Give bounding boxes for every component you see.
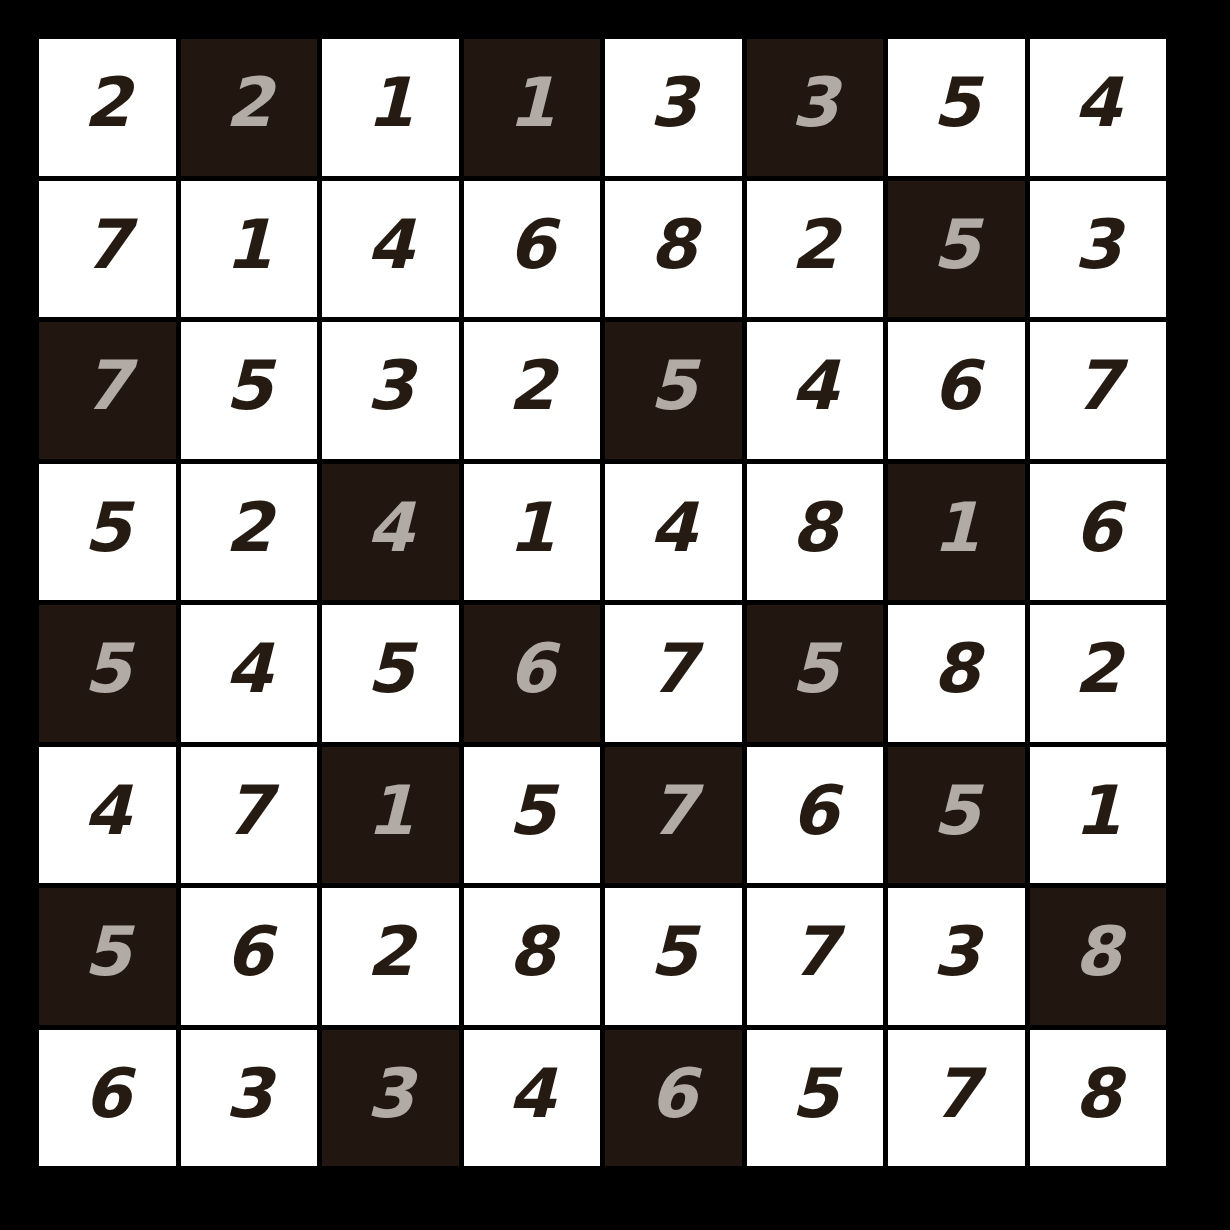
cell-r1c8[interactable]: 4 bbox=[1030, 39, 1167, 176]
cell-number: 5 bbox=[508, 777, 555, 845]
cell-r7c7[interactable]: 3 bbox=[888, 888, 1025, 1025]
cell-r1c1[interactable]: 2 bbox=[39, 39, 176, 176]
cell-number: 2 bbox=[225, 494, 272, 562]
cell-number: 4 bbox=[225, 635, 272, 703]
cell-number: 7 bbox=[84, 211, 131, 279]
cell-number: 1 bbox=[508, 69, 555, 137]
cell-number: 5 bbox=[650, 352, 697, 420]
cell-r2c3[interactable]: 4 bbox=[322, 181, 459, 318]
cell-number: 1 bbox=[225, 211, 272, 279]
cell-number: 6 bbox=[508, 211, 555, 279]
cell-number: 8 bbox=[1074, 1060, 1121, 1128]
cell-r1c2-shaded[interactable]: 2 bbox=[181, 39, 318, 176]
cell-number: 8 bbox=[791, 494, 838, 562]
cell-number: 3 bbox=[367, 1060, 414, 1128]
cell-number: 5 bbox=[84, 635, 131, 703]
cell-number: 7 bbox=[791, 918, 838, 986]
cell-number: 5 bbox=[650, 918, 697, 986]
cell-number: 4 bbox=[367, 494, 414, 562]
cell-r4c8[interactable]: 6 bbox=[1030, 464, 1167, 601]
cell-number: 5 bbox=[933, 211, 980, 279]
cell-r1c5[interactable]: 3 bbox=[605, 39, 742, 176]
cell-r8c8[interactable]: 8 bbox=[1030, 1030, 1167, 1167]
cell-number: 5 bbox=[933, 777, 980, 845]
cell-r3c1-shaded[interactable]: 7 bbox=[39, 322, 176, 459]
cell-r5c7[interactable]: 8 bbox=[888, 605, 1025, 742]
cell-number: 3 bbox=[791, 69, 838, 137]
cell-number: 4 bbox=[791, 352, 838, 420]
cell-r6c1[interactable]: 4 bbox=[39, 747, 176, 884]
cell-r8c2[interactable]: 3 bbox=[181, 1030, 318, 1167]
cell-number: 7 bbox=[225, 777, 272, 845]
cell-number: 4 bbox=[508, 1060, 555, 1128]
cell-r2c6[interactable]: 2 bbox=[747, 181, 884, 318]
cell-r2c8[interactable]: 3 bbox=[1030, 181, 1167, 318]
cell-r7c6[interactable]: 7 bbox=[747, 888, 884, 1025]
cell-number: 4 bbox=[650, 494, 697, 562]
cell-number: 2 bbox=[367, 918, 414, 986]
cell-number: 6 bbox=[933, 352, 980, 420]
cell-number: 2 bbox=[1074, 635, 1121, 703]
cell-number: 8 bbox=[933, 635, 980, 703]
cell-r3c4[interactable]: 2 bbox=[464, 322, 601, 459]
cell-r3c3[interactable]: 3 bbox=[322, 322, 459, 459]
cell-number: 3 bbox=[1074, 211, 1121, 279]
cell-number: 7 bbox=[650, 635, 697, 703]
cell-r2c5[interactable]: 8 bbox=[605, 181, 742, 318]
cell-number: 1 bbox=[367, 69, 414, 137]
cell-r4c6[interactable]: 8 bbox=[747, 464, 884, 601]
cell-number: 7 bbox=[1074, 352, 1121, 420]
cell-number: 2 bbox=[84, 69, 131, 137]
cell-r5c5[interactable]: 7 bbox=[605, 605, 742, 742]
cell-r2c1[interactable]: 7 bbox=[39, 181, 176, 318]
cell-r8c1[interactable]: 6 bbox=[39, 1030, 176, 1167]
cell-r7c8-shaded[interactable]: 8 bbox=[1030, 888, 1167, 1025]
cell-r3c6[interactable]: 4 bbox=[747, 322, 884, 459]
cell-r3c8[interactable]: 7 bbox=[1030, 322, 1167, 459]
cell-r3c7[interactable]: 6 bbox=[888, 322, 1025, 459]
cell-number: 1 bbox=[367, 777, 414, 845]
cell-r7c1-shaded[interactable]: 5 bbox=[39, 888, 176, 1025]
cell-r4c4[interactable]: 1 bbox=[464, 464, 601, 601]
cell-r6c5-shaded[interactable]: 7 bbox=[605, 747, 742, 884]
cell-number: 8 bbox=[508, 918, 555, 986]
cell-number: 5 bbox=[367, 635, 414, 703]
cell-r5c2[interactable]: 4 bbox=[181, 605, 318, 742]
cell-number: 6 bbox=[650, 1060, 697, 1128]
cell-number: 1 bbox=[1074, 777, 1121, 845]
cell-r5c6-shaded[interactable]: 5 bbox=[747, 605, 884, 742]
cell-number: 3 bbox=[367, 352, 414, 420]
cell-number: 6 bbox=[1074, 494, 1121, 562]
cell-number: 5 bbox=[933, 69, 980, 137]
cell-r6c7-shaded[interactable]: 5 bbox=[888, 747, 1025, 884]
cell-number: 6 bbox=[84, 1060, 131, 1128]
cell-number: 3 bbox=[650, 69, 697, 137]
cell-number: 5 bbox=[225, 352, 272, 420]
cell-number: 6 bbox=[225, 918, 272, 986]
cell-number: 5 bbox=[84, 918, 131, 986]
cell-number: 2 bbox=[225, 69, 272, 137]
cell-number: 4 bbox=[84, 777, 131, 845]
cell-r5c3[interactable]: 5 bbox=[322, 605, 459, 742]
cell-r7c5[interactable]: 5 bbox=[605, 888, 742, 1025]
cell-r2c2[interactable]: 1 bbox=[181, 181, 318, 318]
cell-r7c4[interactable]: 8 bbox=[464, 888, 601, 1025]
cell-r5c1-shaded[interactable]: 5 bbox=[39, 605, 176, 742]
cell-number: 2 bbox=[508, 352, 555, 420]
cell-number: 8 bbox=[650, 211, 697, 279]
cell-number: 1 bbox=[508, 494, 555, 562]
cell-r1c3[interactable]: 1 bbox=[322, 39, 459, 176]
cell-r7c2[interactable]: 6 bbox=[181, 888, 318, 1025]
cell-number: 1 bbox=[933, 494, 980, 562]
cell-r6c6[interactable]: 6 bbox=[747, 747, 884, 884]
cell-r4c3-shaded[interactable]: 4 bbox=[322, 464, 459, 601]
cell-r8c5-shaded[interactable]: 6 bbox=[605, 1030, 742, 1167]
cell-r1c6-shaded[interactable]: 3 bbox=[747, 39, 884, 176]
cell-r7c3[interactable]: 2 bbox=[322, 888, 459, 1025]
cell-number: 4 bbox=[1074, 69, 1121, 137]
cell-number: 3 bbox=[933, 918, 980, 986]
cell-r4c7-shaded[interactable]: 1 bbox=[888, 464, 1025, 601]
cell-number: 5 bbox=[791, 1060, 838, 1128]
cell-r3c2[interactable]: 5 bbox=[181, 322, 318, 459]
cell-r1c4-shaded[interactable]: 1 bbox=[464, 39, 601, 176]
cell-number: 4 bbox=[367, 211, 414, 279]
cell-r4c2[interactable]: 2 bbox=[181, 464, 318, 601]
cell-number: 7 bbox=[84, 352, 131, 420]
cell-r8c7[interactable]: 7 bbox=[888, 1030, 1025, 1167]
cell-number: 7 bbox=[933, 1060, 980, 1128]
cell-r4c5[interactable]: 4 bbox=[605, 464, 742, 601]
cell-r8c3-shaded[interactable]: 3 bbox=[322, 1030, 459, 1167]
cell-number: 2 bbox=[791, 211, 838, 279]
cell-r1c7[interactable]: 5 bbox=[888, 39, 1025, 176]
cell-r5c8[interactable]: 2 bbox=[1030, 605, 1167, 742]
cell-r6c3-shaded[interactable]: 1 bbox=[322, 747, 459, 884]
cell-r4c1[interactable]: 5 bbox=[39, 464, 176, 601]
hitori-board: 2211335471468253753254675241481654567582… bbox=[39, 39, 1166, 1166]
cell-number: 6 bbox=[791, 777, 838, 845]
cell-number: 3 bbox=[225, 1060, 272, 1128]
cell-r6c2[interactable]: 7 bbox=[181, 747, 318, 884]
cell-r5c4-shaded[interactable]: 6 bbox=[464, 605, 601, 742]
cell-number: 5 bbox=[791, 635, 838, 703]
cell-number: 6 bbox=[508, 635, 555, 703]
cell-number: 7 bbox=[650, 777, 697, 845]
cell-r2c7-shaded[interactable]: 5 bbox=[888, 181, 1025, 318]
cell-r6c8[interactable]: 1 bbox=[1030, 747, 1167, 884]
cell-r3c5-shaded[interactable]: 5 bbox=[605, 322, 742, 459]
cell-r2c4[interactable]: 6 bbox=[464, 181, 601, 318]
cell-number: 5 bbox=[84, 494, 131, 562]
cell-r8c6[interactable]: 5 bbox=[747, 1030, 884, 1167]
cell-number: 8 bbox=[1074, 918, 1121, 986]
cell-r6c4[interactable]: 5 bbox=[464, 747, 601, 884]
cell-r8c4[interactable]: 4 bbox=[464, 1030, 601, 1167]
